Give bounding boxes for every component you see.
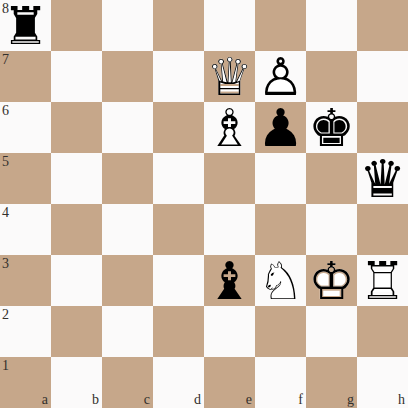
piece-glyph: ♚ [306,102,357,153]
square-h1[interactable]: h [357,357,408,408]
square-c1[interactable]: c [102,357,153,408]
square-e3[interactable]: ♝ [204,255,255,306]
square-h5[interactable]: ♛ [357,153,408,204]
square-h7[interactable] [357,51,408,102]
square-f2[interactable] [255,306,306,357]
rank-label: 7 [2,53,9,67]
piece-white-queen[interactable]: ♛♕ [204,51,255,102]
rank-label: 6 [2,104,9,118]
file-label: g [347,393,354,407]
file-label: b [92,393,99,407]
piece-black-queen[interactable]: ♛ [357,153,408,204]
square-d6[interactable] [153,102,204,153]
square-g8[interactable] [306,0,357,51]
square-e4[interactable] [204,204,255,255]
square-e5[interactable] [204,153,255,204]
square-c8[interactable] [102,0,153,51]
file-label: e [246,393,252,407]
piece-black-rook[interactable]: ♜ [0,0,51,51]
square-c7[interactable] [102,51,153,102]
square-c4[interactable] [102,204,153,255]
square-a3[interactable]: 3 [0,255,51,306]
file-label: f [298,393,303,407]
piece-white-knight[interactable]: ♞♘ [255,255,306,306]
rank-label: 1 [2,359,9,373]
square-d7[interactable] [153,51,204,102]
piece-black-bishop[interactable]: ♝ [204,255,255,306]
piece-white-king[interactable]: ♚♔ [306,255,357,306]
square-a4[interactable]: 4 [0,204,51,255]
square-e1[interactable]: e [204,357,255,408]
chess-board: 8♜7♛♕♟♙6♝♗♟♚5♛43♝♞♘♚♔♜♖21abcdefgh [0,0,408,408]
square-h3[interactable]: ♜♖ [357,255,408,306]
square-f1[interactable]: f [255,357,306,408]
square-a6[interactable]: 6 [0,102,51,153]
rank-label: 4 [2,206,9,220]
square-c5[interactable] [102,153,153,204]
square-e7[interactable]: ♛♕ [204,51,255,102]
square-b7[interactable] [51,51,102,102]
piece-white-bishop[interactable]: ♝♗ [204,102,255,153]
piece-outline-glyph: ♘ [255,255,306,306]
square-a2[interactable]: 2 [0,306,51,357]
piece-outline-glyph: ♗ [204,102,255,153]
rank-label: 2 [2,308,9,322]
square-b2[interactable] [51,306,102,357]
file-label: a [42,393,48,407]
square-b3[interactable] [51,255,102,306]
piece-outline-glyph: ♙ [255,51,306,102]
piece-black-king[interactable]: ♚ [306,102,357,153]
square-f4[interactable] [255,204,306,255]
square-d8[interactable] [153,0,204,51]
piece-white-rook[interactable]: ♜♖ [357,255,408,306]
square-e2[interactable] [204,306,255,357]
square-g2[interactable] [306,306,357,357]
piece-outline-glyph: ♕ [204,51,255,102]
square-g4[interactable] [306,204,357,255]
piece-white-pawn[interactable]: ♟♙ [255,51,306,102]
square-f3[interactable]: ♞♘ [255,255,306,306]
square-h8[interactable] [357,0,408,51]
square-g6[interactable]: ♚ [306,102,357,153]
square-a7[interactable]: 7 [0,51,51,102]
square-d1[interactable]: d [153,357,204,408]
square-h4[interactable] [357,204,408,255]
piece-glyph: ♛ [357,153,408,204]
square-g3[interactable]: ♚♔ [306,255,357,306]
square-d2[interactable] [153,306,204,357]
square-f6[interactable]: ♟ [255,102,306,153]
square-d3[interactable] [153,255,204,306]
rank-label: 3 [2,257,9,271]
square-a5[interactable]: 5 [0,153,51,204]
square-a1[interactable]: 1a [0,357,51,408]
rank-label: 5 [2,155,9,169]
square-b8[interactable] [51,0,102,51]
square-f8[interactable] [255,0,306,51]
square-g1[interactable]: g [306,357,357,408]
square-h6[interactable] [357,102,408,153]
square-c3[interactable] [102,255,153,306]
square-h2[interactable] [357,306,408,357]
file-label: h [398,393,405,407]
square-f7[interactable]: ♟♙ [255,51,306,102]
square-b6[interactable] [51,102,102,153]
square-d4[interactable] [153,204,204,255]
square-e6[interactable]: ♝♗ [204,102,255,153]
square-c6[interactable] [102,102,153,153]
piece-black-pawn[interactable]: ♟ [255,102,306,153]
piece-glyph: ♟ [255,102,306,153]
piece-glyph: ♝ [204,255,255,306]
square-b5[interactable] [51,153,102,204]
square-d5[interactable] [153,153,204,204]
file-label: c [144,393,150,407]
square-b1[interactable]: b [51,357,102,408]
square-e8[interactable] [204,0,255,51]
file-label: d [194,393,201,407]
square-c2[interactable] [102,306,153,357]
piece-outline-glyph: ♖ [357,255,408,306]
square-g5[interactable] [306,153,357,204]
piece-outline-glyph: ♔ [306,255,357,306]
piece-glyph: ♜ [0,0,51,51]
square-b4[interactable] [51,204,102,255]
square-g7[interactable] [306,51,357,102]
square-a8[interactable]: 8♜ [0,0,51,51]
square-f5[interactable] [255,153,306,204]
